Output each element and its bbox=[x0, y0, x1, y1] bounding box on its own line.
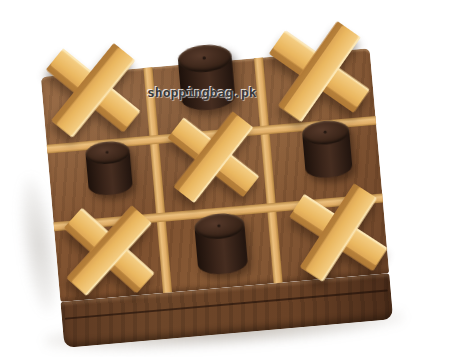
cell-2-1 bbox=[163, 199, 280, 294]
cell-2-0 bbox=[53, 209, 170, 304]
watermark-text: shoppingbag.pk bbox=[147, 85, 257, 100]
product-photo: shoppingbag.pk bbox=[0, 0, 449, 357]
cell-2-2 bbox=[272, 190, 389, 285]
o-piece bbox=[194, 212, 249, 276]
cell-1-1 bbox=[156, 123, 272, 208]
cell-0-0 bbox=[41, 67, 156, 142]
cell-0-2 bbox=[260, 48, 375, 123]
